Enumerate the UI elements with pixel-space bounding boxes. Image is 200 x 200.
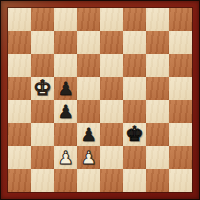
square-f7[interactable] [123,31,146,54]
square-d5[interactable] [77,77,100,100]
piece-black-pawn-d3[interactable]: ♟ [80,123,96,146]
square-g4[interactable] [146,100,169,123]
square-d3[interactable]: ♟ [77,123,100,146]
square-h4[interactable] [169,100,192,123]
square-g2[interactable] [146,146,169,169]
square-h2[interactable] [169,146,192,169]
square-b7[interactable] [31,31,54,54]
square-c2[interactable]: ♟ [54,146,77,169]
square-h7[interactable] [169,31,192,54]
square-g1[interactable] [146,169,169,192]
piece-white-pawn-d2[interactable]: ♟ [80,146,96,169]
square-c5[interactable]: ♟ [54,77,77,100]
square-d6[interactable] [77,54,100,77]
square-e7[interactable] [100,31,123,54]
square-b3[interactable] [31,123,54,146]
board-frame: ♚♟♟♟♚♟♟ [0,0,200,200]
square-e2[interactable] [100,146,123,169]
square-c8[interactable] [54,8,77,31]
square-e8[interactable] [100,8,123,31]
square-g8[interactable] [146,8,169,31]
square-g7[interactable] [146,31,169,54]
square-h1[interactable] [169,169,192,192]
square-e3[interactable] [100,123,123,146]
square-a8[interactable] [8,8,31,31]
square-h3[interactable] [169,123,192,146]
chess-board: ♚♟♟♟♚♟♟ [8,8,192,192]
square-f6[interactable] [123,54,146,77]
piece-white-king-b5[interactable]: ♚ [33,77,52,100]
square-a5[interactable] [8,77,31,100]
square-f4[interactable] [123,100,146,123]
square-d2[interactable]: ♟ [77,146,100,169]
piece-black-king-f3[interactable]: ♚ [125,123,144,146]
square-c1[interactable] [54,169,77,192]
square-f8[interactable] [123,8,146,31]
piece-white-pawn-c2[interactable]: ♟ [57,146,73,169]
square-d7[interactable] [77,31,100,54]
piece-black-pawn-c4[interactable]: ♟ [57,100,73,123]
square-c6[interactable] [54,54,77,77]
square-c4[interactable]: ♟ [54,100,77,123]
square-g5[interactable] [146,77,169,100]
square-b6[interactable] [31,54,54,77]
square-d4[interactable] [77,100,100,123]
square-h8[interactable] [169,8,192,31]
square-e5[interactable] [100,77,123,100]
square-a6[interactable] [8,54,31,77]
square-e6[interactable] [100,54,123,77]
square-g3[interactable] [146,123,169,146]
square-a1[interactable] [8,169,31,192]
piece-black-pawn-c5[interactable]: ♟ [57,77,73,100]
square-g6[interactable] [146,54,169,77]
square-b1[interactable] [31,169,54,192]
square-c3[interactable] [54,123,77,146]
square-e1[interactable] [100,169,123,192]
square-f3[interactable]: ♚ [123,123,146,146]
square-d1[interactable] [77,169,100,192]
square-d8[interactable] [77,8,100,31]
square-a7[interactable] [8,31,31,54]
square-a3[interactable] [8,123,31,146]
square-c7[interactable] [54,31,77,54]
square-b4[interactable] [31,100,54,123]
square-h5[interactable] [169,77,192,100]
square-b8[interactable] [31,8,54,31]
square-f1[interactable] [123,169,146,192]
square-a2[interactable] [8,146,31,169]
square-a4[interactable] [8,100,31,123]
square-b5[interactable]: ♚ [31,77,54,100]
square-f5[interactable] [123,77,146,100]
square-f2[interactable] [123,146,146,169]
square-h6[interactable] [169,54,192,77]
square-e4[interactable] [100,100,123,123]
square-b2[interactable] [31,146,54,169]
